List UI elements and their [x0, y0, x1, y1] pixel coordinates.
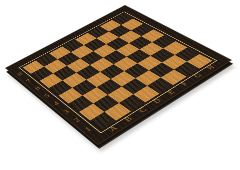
- chess-board: 87654321 ABCDEFGH: [5, 5, 232, 145]
- playing-field: [22, 14, 211, 130]
- photo-stage: 87654321 ABCDEFGH: [0, 0, 240, 170]
